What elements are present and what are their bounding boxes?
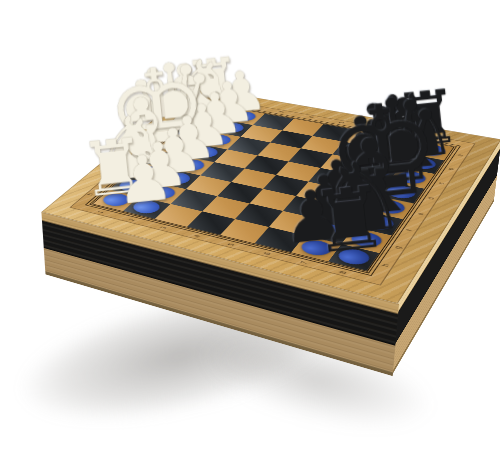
coord-label-b: b	[170, 112, 191, 125]
square-a3[interactable]	[252, 114, 293, 131]
coord-label-h: h	[375, 255, 398, 276]
square-c4[interactable]	[257, 143, 300, 162]
piece-cast-shadow	[224, 110, 263, 127]
square-d4[interactable]	[244, 155, 288, 175]
square-d2[interactable]: ♟	[184, 143, 227, 162]
square-b4[interactable]	[270, 130, 312, 148]
square-a2[interactable]: ♟	[224, 109, 265, 125]
coord-label-1: 1	[210, 98, 241, 106]
coord-label-6: 6	[248, 247, 288, 261]
piece-cast-shadow	[198, 133, 239, 151]
square-g4[interactable]	[202, 196, 249, 219]
square-h2[interactable]: ♟	[123, 196, 170, 218]
square-a4[interactable]	[282, 119, 324, 136]
square-h4[interactable]	[187, 211, 235, 235]
coord-label-2: 2	[238, 103, 270, 111]
square-c2[interactable]: ♟	[198, 131, 240, 149]
piece-white-pawn-c2[interactable]: ♟	[188, 83, 246, 146]
perspective-wrapper: hgfedcba hgfedcba 12345678 12345678 ♜♞♝♚…	[0, 0, 500, 466]
felt-base-c2	[203, 133, 235, 146]
piece-cast-shadow	[196, 105, 235, 122]
square-f4[interactable]	[217, 182, 263, 204]
felt-base-a1	[201, 105, 231, 117]
piece-cast-shadow	[184, 145, 225, 164]
felt-base-a2	[229, 110, 259, 122]
square-b2[interactable]: ♟	[211, 120, 252, 137]
coord-label-a: a	[183, 101, 203, 113]
coord-label-5: 5	[213, 238, 252, 251]
piece-white-pawn-b2[interactable]: ♟	[201, 72, 258, 134]
chess-set-photo: hgfedcba hgfedcba 12345678 12345678 ♜♞♝♚…	[0, 0, 500, 466]
square-c3[interactable]	[227, 137, 270, 155]
piece-white-knight-b1[interactable]: ♞	[161, 47, 238, 131]
coord-label-4: 4	[179, 230, 217, 243]
piece-black-rook-h8[interactable]: ♜	[308, 174, 393, 266]
coord-label-3: 3	[146, 222, 183, 234]
piece-cast-shadow	[211, 121, 251, 139]
square-a1[interactable]: ♜	[196, 104, 236, 120]
coord-label-3: 3	[266, 108, 298, 116]
felt-base-d2	[189, 145, 221, 159]
tilt-wrapper: hgfedcba hgfedcba 12345678 12345678 ♜♞♝♚…	[0, 0, 500, 466]
piece-cast-shadow	[183, 116, 222, 133]
felt-base-b1	[188, 116, 219, 129]
piece-white-pawn-a2[interactable]: ♟	[214, 62, 270, 123]
square-b1[interactable]: ♞	[183, 115, 224, 132]
chess-box: hgfedcba hgfedcba 12345678 12345678 ♜♞♝♚…	[41, 87, 500, 304]
square-b3[interactable]	[240, 125, 282, 143]
felt-base-b2	[216, 121, 247, 134]
square-d3[interactable]	[214, 149, 258, 168]
piece-white-rook-a1[interactable]: ♜	[180, 47, 245, 118]
piece-white-pawn-h2[interactable]: ♟	[112, 145, 176, 215]
square-e4[interactable]	[231, 168, 276, 189]
